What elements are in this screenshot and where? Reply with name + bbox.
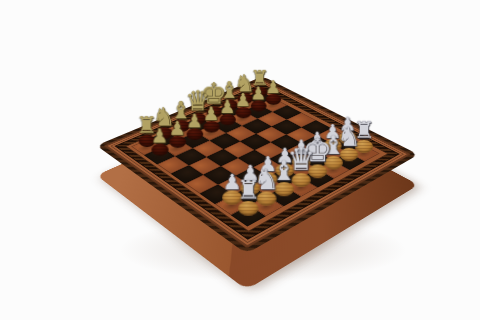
square-h5 [287, 113, 316, 128]
wood-base [308, 164, 327, 178]
square-e4 [255, 142, 286, 159]
king-glyph: ♚ [201, 79, 227, 108]
wood-base [339, 131, 357, 144]
knight-glyph: ♞ [153, 104, 176, 129]
product-photo-scene: ♜♞♝♛♚♝♞♜♟♟♟♟♟♟♟♟♟♟♟♟♟♟♟♟♜♞♝♛♚♝♞♜ [0, 0, 480, 320]
bishop-glyph: ♝ [219, 78, 240, 101]
square-g1: ♞ [333, 153, 365, 170]
knight-glyph: ♞ [234, 71, 255, 95]
pawn-glyph: ♟ [265, 78, 281, 95]
bishop-glyph: ♝ [170, 98, 192, 122]
square-e1: ♚ [301, 169, 334, 188]
wood-base [252, 87, 267, 98]
rook-glyph: ♜ [354, 119, 375, 142]
square-a5 [171, 165, 203, 183]
pawn-glyph: ♟ [339, 115, 356, 134]
rook-glyph: ♜ [250, 68, 269, 89]
piece-gold-rook: ♜ [243, 38, 275, 97]
square-g3 [301, 135, 332, 151]
rook-glyph: ♜ [136, 114, 157, 137]
queen-glyph: ♛ [185, 88, 210, 116]
square-f8: ♝ [215, 104, 244, 118]
leather-border-band: ♜♞♝♛♚♝♞♜♟♟♟♟♟♟♟♟♟♟♟♟♟♟♟♟♜♞♝♛♚♝♞♜ [103, 79, 411, 248]
